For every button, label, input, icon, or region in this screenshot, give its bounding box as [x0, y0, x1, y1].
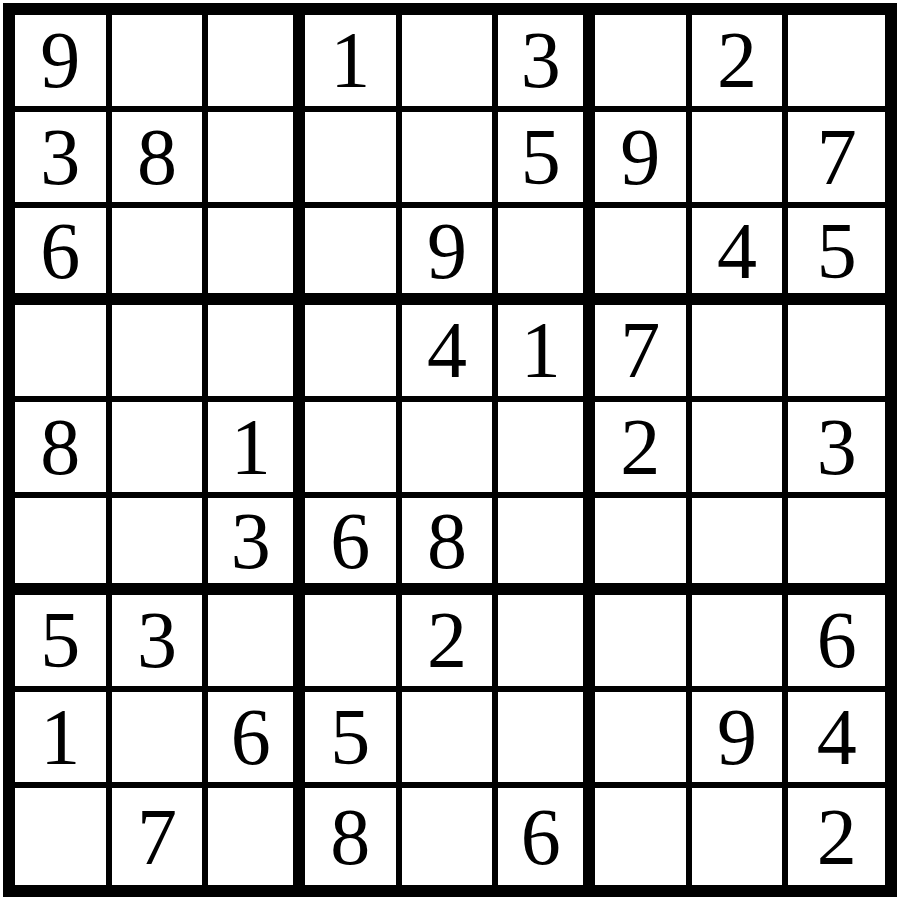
cell-r4c5: 4 [402, 305, 499, 402]
sudoku-board: 9 1 3 2 3 8 5 9 7 6 9 4 5 4 1 7 8 1 2 3 … [3, 3, 897, 897]
cell-r5c6[interactable] [498, 402, 595, 499]
cell-r9c3[interactable] [208, 788, 305, 885]
cell-r5c9: 3 [788, 402, 885, 499]
cell-r9c4: 8 [305, 788, 402, 885]
cell-r8c9: 4 [788, 692, 885, 789]
cell-r6c6[interactable] [498, 498, 595, 595]
cell-r2c4[interactable] [305, 112, 402, 209]
cell-r8c5[interactable] [402, 692, 499, 789]
cell-r7c9: 6 [788, 595, 885, 692]
cell-r2c9: 7 [788, 112, 885, 209]
cell-r1c4: 1 [305, 15, 402, 112]
cell-r9c7[interactable] [595, 788, 692, 885]
cell-r9c9: 2 [788, 788, 885, 885]
cell-r9c2: 7 [112, 788, 209, 885]
cell-r1c9[interactable] [788, 15, 885, 112]
cell-r7c5: 2 [402, 595, 499, 692]
cell-r1c1: 9 [15, 15, 112, 112]
cell-r7c7[interactable] [595, 595, 692, 692]
cell-r5c4[interactable] [305, 402, 402, 499]
cell-r7c6[interactable] [498, 595, 595, 692]
cell-r1c3[interactable] [208, 15, 305, 112]
cell-r8c8: 9 [692, 692, 789, 789]
cell-r2c2: 8 [112, 112, 209, 209]
cell-r7c8[interactable] [692, 595, 789, 692]
cell-r3c3[interactable] [208, 208, 305, 305]
cell-r3c2[interactable] [112, 208, 209, 305]
cell-r6c7[interactable] [595, 498, 692, 595]
cell-r2c8[interactable] [692, 112, 789, 209]
cell-r4c1[interactable] [15, 305, 112, 402]
cell-r8c1: 1 [15, 692, 112, 789]
cell-r7c1: 5 [15, 595, 112, 692]
cell-r3c8: 4 [692, 208, 789, 305]
cell-r3c7[interactable] [595, 208, 692, 305]
cell-r3c6[interactable] [498, 208, 595, 305]
cell-r2c1: 3 [15, 112, 112, 209]
cell-r7c4[interactable] [305, 595, 402, 692]
cell-r4c6: 1 [498, 305, 595, 402]
cell-r5c5[interactable] [402, 402, 499, 499]
cell-r3c1: 6 [15, 208, 112, 305]
cell-r6c2[interactable] [112, 498, 209, 595]
cell-r8c2[interactable] [112, 692, 209, 789]
cell-r7c3[interactable] [208, 595, 305, 692]
cell-r7c2: 3 [112, 595, 209, 692]
cell-r6c8[interactable] [692, 498, 789, 595]
cell-r9c5[interactable] [402, 788, 499, 885]
cell-r8c3: 6 [208, 692, 305, 789]
cell-r9c8[interactable] [692, 788, 789, 885]
cell-r5c1: 8 [15, 402, 112, 499]
cell-r8c4: 5 [305, 692, 402, 789]
cell-r3c9: 5 [788, 208, 885, 305]
cell-r1c6: 3 [498, 15, 595, 112]
cell-r6c1[interactable] [15, 498, 112, 595]
cell-r4c4[interactable] [305, 305, 402, 402]
cell-r6c9[interactable] [788, 498, 885, 595]
cell-r4c9[interactable] [788, 305, 885, 402]
cell-r5c7: 2 [595, 402, 692, 499]
cell-r8c7[interactable] [595, 692, 692, 789]
cell-r1c8: 2 [692, 15, 789, 112]
cell-r2c7: 9 [595, 112, 692, 209]
cell-r6c4: 6 [305, 498, 402, 595]
cell-r3c4[interactable] [305, 208, 402, 305]
cell-r4c7: 7 [595, 305, 692, 402]
cell-r5c3: 1 [208, 402, 305, 499]
cell-r1c7[interactable] [595, 15, 692, 112]
cell-r5c8[interactable] [692, 402, 789, 499]
cell-r9c1[interactable] [15, 788, 112, 885]
cell-r1c5[interactable] [402, 15, 499, 112]
cell-r6c3: 3 [208, 498, 305, 595]
cell-r2c3[interactable] [208, 112, 305, 209]
cell-r4c2[interactable] [112, 305, 209, 402]
cell-r8c6[interactable] [498, 692, 595, 789]
cell-r5c2[interactable] [112, 402, 209, 499]
cell-r2c5[interactable] [402, 112, 499, 209]
cell-r3c5: 9 [402, 208, 499, 305]
cell-r2c6: 5 [498, 112, 595, 209]
cell-r4c8[interactable] [692, 305, 789, 402]
cell-r9c6: 6 [498, 788, 595, 885]
cell-r4c3[interactable] [208, 305, 305, 402]
cell-r6c5: 8 [402, 498, 499, 595]
cell-r1c2[interactable] [112, 15, 209, 112]
